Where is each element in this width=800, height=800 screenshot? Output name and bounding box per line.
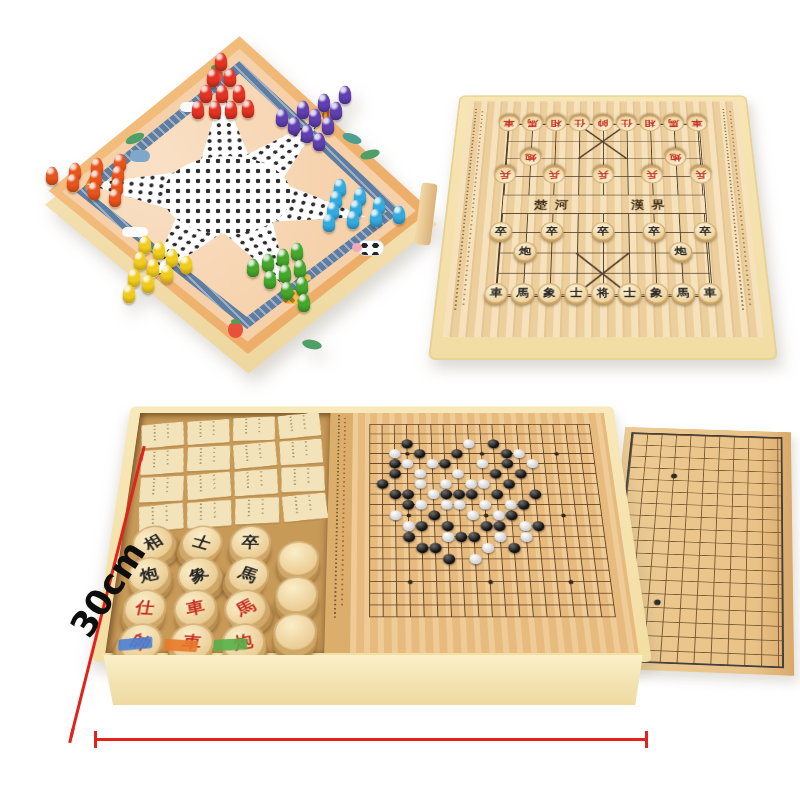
xiangqi-piece-士: 士 [618,283,642,303]
go-stone-black [441,521,454,531]
xiangqi-board-face: 楚河 漢界 車馬相仕帥仕相馬車炮炮兵兵兵兵兵卒卒卒卒卒炮炮車馬象士将士象馬車 [443,101,764,337]
checkers-peg-blue [346,211,359,230]
checkers-peg-purple [312,132,325,151]
go-stone-white [519,521,532,531]
xiangqi-piece-馬: 馬 [663,116,685,132]
xiangqi-piece-馬: 馬 [521,116,543,132]
army-chess-tile [141,421,184,448]
checkers-peg-red [223,68,236,87]
xiangqi-piece-車: 車 [686,116,708,132]
go-stone-black [416,542,429,553]
go-stone-white [462,439,474,448]
checkers-peg-purple [330,101,343,120]
xiangqi-piece-象: 象 [537,283,562,303]
star-point [568,580,573,584]
checkers-peg-purple [338,85,351,104]
xiangqi-piece-炮: 炮 [513,242,537,261]
go-stone-white [389,449,401,459]
checkers-peg-green [281,282,294,301]
checkers-peg-green [264,270,277,289]
checkers-peg-blue [369,208,382,227]
checkers-peg-red [214,53,227,72]
go-board-area [350,413,639,653]
xiangqi-disc-partial [277,541,320,576]
xiangqi-piece-相: 相 [545,116,567,132]
army-chess-tile [187,446,231,472]
go-stone-white [439,479,452,489]
go-stone-white [440,500,453,510]
chinese-checkers-board [30,22,445,377]
xiangqi-piece-車: 車 [498,116,520,132]
go-stone-black [440,489,453,499]
army-chess-tile [277,412,321,439]
go-stone-black [389,459,401,469]
go-stone-white [451,469,464,479]
xiangqi-piece-士: 士 [564,283,588,303]
checkers-peg-purple [309,109,322,128]
star-point [488,580,493,584]
checkers-peg-orange [45,166,58,185]
piece-drawer: 相士卒炮象馬仕車馬帥車炮 [105,413,330,653]
xiangqi-piece-卒: 卒 [642,222,666,241]
xiangqi-grid: 楚河 漢界 車馬相仕帥仕相馬車炮炮兵兵兵兵兵卒卒卒卒卒炮炮車馬象士将士象馬車 [495,124,713,297]
go-stone-black [376,479,388,489]
checkers-peg-yellow [160,265,173,284]
go-stone-white [426,459,438,469]
xiangqi-piece-兵: 兵 [641,167,664,184]
checkers-peg-purple [288,117,301,136]
army-chess-tile [279,439,323,466]
printed-paper-orange [163,639,198,653]
xiangqi-piece-馬: 馬 [510,283,535,303]
go-stone-black [507,542,521,553]
xiangqi-piece-炮: 炮 [664,149,687,166]
xiangqi-piece-卒: 卒 [489,222,513,241]
go-stone-white [476,459,489,469]
go-stone-white [477,479,490,489]
xiangqi-piece-炮: 炮 [669,242,693,261]
checkers-peg-red [192,101,205,120]
go-stone-white [401,459,413,469]
star-point [479,452,484,456]
xiangqi-piece-兵: 兵 [543,167,566,184]
go-stone-black [402,531,415,542]
army-chess-tile [233,416,275,441]
xiangqi-piece-仕: 仕 [569,116,590,132]
checkers-peg-red [216,84,229,103]
go-stone-black [505,510,518,520]
go-stone-black [452,489,465,499]
checkers-peg-orange [109,189,122,208]
checkers-peg-yellow [122,284,135,303]
go-stone-black [529,489,542,499]
checkers-peg-green [298,293,311,312]
xiangqi-piece-象: 象 [644,283,669,303]
go-stone-black [489,469,502,479]
army-chess-tile [234,469,278,497]
checkers-peg-red [207,69,220,88]
game-box: 相士卒炮象馬仕車馬帥車炮 [92,406,652,662]
go-stone-black [467,531,480,542]
box-top-surface: 相士卒炮象馬仕車馬帥車炮 [92,406,652,662]
go-stone-white [441,531,454,542]
go-stone-white [478,500,491,510]
go-stone-black [465,489,478,499]
go-stone-black [401,439,413,448]
star-point [407,580,412,584]
checkers-peg-orange [87,181,100,200]
instruction-strip [324,413,353,653]
go-stone-white [466,510,479,520]
xiangqi-piece-兵: 兵 [592,167,614,184]
checkers-peg-purple [297,101,310,120]
go-stone-white [402,521,415,531]
dimension-cap [68,728,75,743]
xiangqi-piece-layer: 車馬相仕帥仕相馬車炮炮兵兵兵兵兵卒卒卒卒卒炮炮車馬象士将士象馬車 [496,124,712,296]
go-stone-white [415,500,428,510]
xiangqi-piece-馬: 馬 [671,283,696,303]
xiangqi-piece-卒: 卒 [693,222,717,241]
checkers-peg-yellow [141,275,154,294]
go-stone-white [492,510,505,520]
checkers-peg-yellow [180,255,193,274]
go-stone-white [414,469,426,479]
go-stone-black [500,449,513,459]
army-chess-tile [282,492,329,522]
checkers-peg-red [232,84,245,103]
go-stone-black [487,439,500,448]
army-chess-tile [139,476,184,503]
army-chess-tile [233,441,278,469]
go-stone-black [490,489,503,499]
go-stone-black [454,531,467,542]
checkers-peg-red [199,85,212,104]
xiangqi-piece-仕: 仕 [616,116,637,132]
go-stone-black [415,521,428,531]
checkers-peg-orange [66,174,79,193]
go-stone-black [413,449,425,459]
go-stone-black [514,469,527,479]
go-stone-white [512,449,525,459]
checkers-peg-purple [317,93,330,112]
dimension-cap [645,731,648,748]
go-stone-black [493,521,506,531]
checkers-peg-red [225,100,238,119]
go-stone-white [465,479,478,489]
checkers-peg-green [246,258,259,277]
go-stone-white [453,500,466,510]
xiangqi-piece-兵: 兵 [493,167,516,184]
army-chess-tile-stack [137,411,330,534]
go-stone-black [439,459,451,469]
go-stone-black [428,510,441,520]
go-stone-white [389,510,402,520]
army-chess-tile [281,466,325,493]
xiangqi-disc-partial [275,576,319,613]
checkers-peg-purple [321,117,334,136]
go-stone-black [429,542,442,553]
go-stone-black [389,469,401,479]
printed-paper-green [213,638,247,651]
go-stone-white [520,531,534,542]
checkers-peg-layer [30,22,445,377]
width-dimension-line [95,738,647,741]
star-point [560,513,565,517]
xiangqi-disc-卒: 卒 [228,525,272,560]
checkers-peg-red [208,100,221,119]
go-stone-white [526,459,539,469]
go-stone-black [442,554,455,565]
go-stone-black [502,479,515,489]
checkers-peg-blue [393,206,406,225]
go-stone-black [532,521,546,531]
go-stone-white [414,479,426,489]
star-point [406,513,411,517]
checkers-peg-blue [323,213,336,232]
star-point [483,513,488,517]
go-stone-black [517,500,530,510]
army-chess-tile [187,471,232,500]
xiangqi-piece-将: 将 [591,283,615,303]
go-stone-black [389,489,401,499]
xiangqi-piece-卒: 卒 [540,222,564,241]
xiangqi-board: 楚河 漢界 車馬相仕帥仕相馬車炮炮兵兵兵兵兵卒卒卒卒卒炮炮車馬象士将士象馬車 [428,95,778,360]
product-photo-stage: 楚河 漢界 車馬相仕帥仕相馬車炮炮兵兵兵兵兵卒卒卒卒卒炮炮車馬象士将士象馬車 相… [0,0,800,800]
xiangqi-piece-兵: 兵 [689,167,712,184]
xiangqi-piece-車: 車 [483,283,508,303]
go-stone-black [450,449,462,459]
go-grid [369,424,616,617]
xiangqi-piece-相: 相 [639,116,661,132]
star-point [654,599,661,605]
checkers-peg-purple [300,125,313,144]
xiangqi-piece-炮: 炮 [519,149,542,166]
dimension-cap [94,731,97,748]
star-point [671,474,677,479]
go-stone-white [504,500,517,510]
go-stone-white [427,489,440,499]
go-stone-black [402,500,415,510]
army-chess-tile [187,419,229,445]
go-stone-white [469,554,482,565]
box-front-face [100,655,645,705]
xiangqi-disc-partial [273,613,318,651]
go-stone-black [402,489,414,499]
checkers-peg-red [241,100,254,119]
star-point [554,452,559,456]
go-stone-black [480,521,493,531]
xiangqi-piece-車: 車 [697,283,722,303]
go-stone-black [501,459,514,469]
star-point [405,452,410,456]
checkers-peg-purple [276,109,289,128]
xiangqi-piece-帥: 帥 [592,116,613,132]
go-stone-white [481,542,494,553]
go-stone-white [494,531,507,542]
army-chess-tile [140,448,183,475]
xiangqi-piece-卒: 卒 [592,222,615,241]
